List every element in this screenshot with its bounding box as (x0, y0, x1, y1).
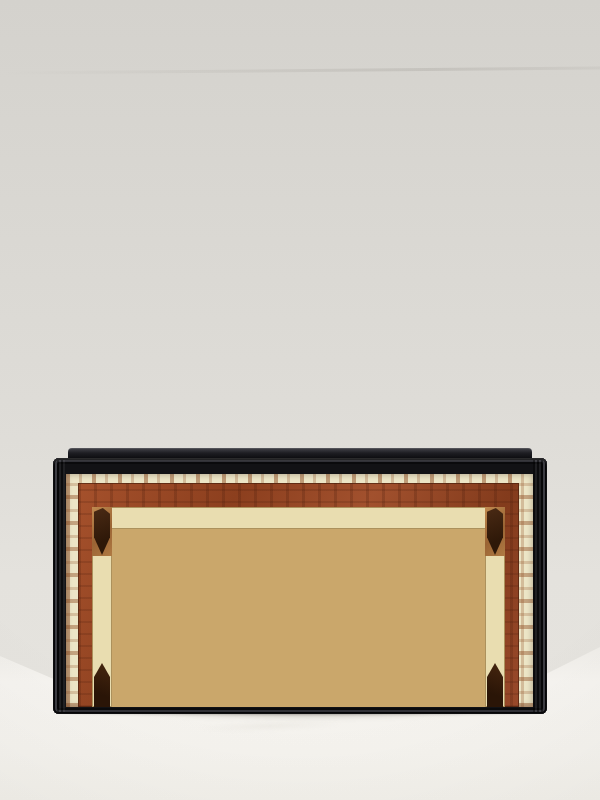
corner-shield-icon (94, 508, 110, 555)
board-printed-face (66, 474, 533, 707)
honeycomb-band-right (485, 507, 505, 707)
corner-ornament-top-left (92, 507, 112, 556)
honeycomb-band-left (92, 507, 112, 707)
honeycomb-band-top (92, 507, 505, 529)
corner-ornament-bottom-right (485, 663, 505, 707)
file-labels-row (78, 483, 519, 507)
folded-chess-board (53, 448, 547, 714)
photo-scene: { "scene": { "description": "Folded wood… (0, 0, 600, 800)
wall-crack-seam (0, 66, 600, 74)
corner-shield-icon (94, 663, 110, 707)
corner-ornament-bottom-left (92, 663, 112, 707)
honeycomb-column-right (485, 556, 505, 663)
checkerboard-grid (112, 529, 485, 707)
corner-shield-icon (487, 508, 503, 555)
corner-ornament-top-right (485, 507, 505, 556)
honeycomb-column-left (92, 556, 112, 663)
corner-shield-icon (487, 663, 503, 707)
